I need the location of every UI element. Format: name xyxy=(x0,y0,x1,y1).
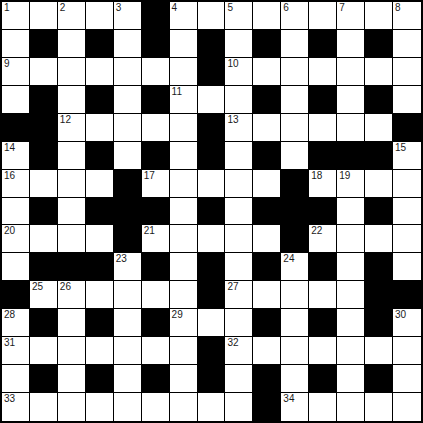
black-cell xyxy=(337,142,365,170)
white-cell[interactable]: 22 xyxy=(309,225,337,253)
black-cell xyxy=(2,114,30,142)
white-cell[interactable] xyxy=(30,2,58,30)
white-cell[interactable] xyxy=(337,86,365,114)
white-cell[interactable] xyxy=(365,2,393,30)
black-cell xyxy=(86,365,114,393)
white-cell[interactable] xyxy=(58,30,86,58)
white-cell[interactable]: 11 xyxy=(170,86,198,114)
white-cell[interactable] xyxy=(30,337,58,365)
white-cell[interactable] xyxy=(86,58,114,86)
white-cell[interactable] xyxy=(253,114,281,142)
white-cell[interactable] xyxy=(86,114,114,142)
white-cell[interactable] xyxy=(58,58,86,86)
white-cell[interactable] xyxy=(58,198,86,226)
white-cell[interactable] xyxy=(198,225,226,253)
white-cell[interactable] xyxy=(198,2,226,30)
white-cell[interactable] xyxy=(170,253,198,281)
black-cell xyxy=(142,142,170,170)
black-cell xyxy=(114,170,142,198)
white-cell[interactable] xyxy=(114,86,142,114)
black-cell xyxy=(365,142,393,170)
white-cell[interactable] xyxy=(58,225,86,253)
clue-number: 18 xyxy=(311,170,322,182)
white-cell[interactable] xyxy=(337,225,365,253)
black-cell xyxy=(253,365,281,393)
white-cell[interactable]: 2 xyxy=(58,2,86,30)
white-cell[interactable] xyxy=(142,393,170,421)
white-cell[interactable] xyxy=(253,170,281,198)
clue-number: 17 xyxy=(144,170,155,182)
white-cell[interactable] xyxy=(2,253,30,281)
black-cell xyxy=(198,30,226,58)
white-cell[interactable] xyxy=(58,309,86,337)
white-cell[interactable] xyxy=(337,281,365,309)
clue-number: 13 xyxy=(227,114,238,126)
white-cell[interactable] xyxy=(225,365,253,393)
black-cell xyxy=(30,86,58,114)
black-cell xyxy=(86,86,114,114)
white-cell[interactable] xyxy=(309,114,337,142)
white-cell[interactable] xyxy=(86,2,114,30)
white-cell[interactable] xyxy=(114,309,142,337)
white-cell[interactable] xyxy=(281,337,309,365)
white-cell[interactable] xyxy=(225,170,253,198)
white-cell[interactable]: 33 xyxy=(2,393,30,421)
black-cell xyxy=(309,86,337,114)
clue-number: 19 xyxy=(339,170,350,182)
white-cell[interactable] xyxy=(114,393,142,421)
black-cell xyxy=(309,253,337,281)
clue-number: 2 xyxy=(60,2,66,14)
white-cell[interactable] xyxy=(309,58,337,86)
white-cell[interactable]: 6 xyxy=(281,2,309,30)
white-cell[interactable] xyxy=(281,365,309,393)
black-cell xyxy=(58,253,86,281)
clue-number: 3 xyxy=(116,2,122,14)
white-cell[interactable] xyxy=(58,393,86,421)
black-cell xyxy=(142,253,170,281)
clue-number: 32 xyxy=(227,337,238,349)
white-cell[interactable] xyxy=(365,337,393,365)
black-cell xyxy=(309,142,337,170)
clue-number: 31 xyxy=(4,337,15,349)
white-cell[interactable] xyxy=(114,281,142,309)
white-cell[interactable] xyxy=(337,30,365,58)
clue-number: 34 xyxy=(283,393,294,405)
white-cell[interactable]: 1 xyxy=(2,2,30,30)
clue-number: 28 xyxy=(4,309,15,321)
white-cell[interactable]: 27 xyxy=(225,281,253,309)
black-cell xyxy=(365,30,393,58)
white-cell[interactable] xyxy=(225,86,253,114)
white-cell[interactable] xyxy=(225,253,253,281)
clue-number: 12 xyxy=(60,114,71,126)
white-cell[interactable] xyxy=(198,393,226,421)
white-cell[interactable] xyxy=(170,393,198,421)
black-cell xyxy=(253,86,281,114)
white-cell[interactable]: 25 xyxy=(30,281,58,309)
black-cell xyxy=(142,2,170,30)
white-cell[interactable] xyxy=(170,58,198,86)
black-cell xyxy=(253,30,281,58)
white-cell[interactable] xyxy=(86,337,114,365)
white-cell[interactable] xyxy=(86,225,114,253)
white-cell[interactable] xyxy=(337,253,365,281)
crossword-grid: 1234567891011121314151617181920212223242… xyxy=(0,0,423,423)
white-cell[interactable] xyxy=(281,86,309,114)
white-cell[interactable] xyxy=(58,365,86,393)
white-cell[interactable]: 17 xyxy=(142,170,170,198)
white-cell[interactable] xyxy=(86,281,114,309)
white-cell[interactable]: 7 xyxy=(337,2,365,30)
black-cell xyxy=(281,170,309,198)
white-cell[interactable]: 24 xyxy=(281,253,309,281)
black-cell xyxy=(393,281,421,309)
black-cell xyxy=(30,309,58,337)
white-cell[interactable] xyxy=(337,58,365,86)
black-cell xyxy=(198,58,226,86)
white-cell[interactable] xyxy=(114,365,142,393)
white-cell[interactable] xyxy=(142,281,170,309)
black-cell xyxy=(198,142,226,170)
clue-number: 22 xyxy=(311,225,322,237)
white-cell[interactable] xyxy=(30,393,58,421)
white-cell[interactable] xyxy=(225,225,253,253)
white-cell[interactable] xyxy=(309,281,337,309)
white-cell[interactable] xyxy=(170,198,198,226)
white-cell[interactable]: 9 xyxy=(2,58,30,86)
black-cell xyxy=(309,309,337,337)
white-cell[interactable] xyxy=(281,58,309,86)
white-cell[interactable] xyxy=(365,170,393,198)
white-cell[interactable] xyxy=(198,309,226,337)
black-cell xyxy=(114,225,142,253)
white-cell[interactable]: 19 xyxy=(337,170,365,198)
white-cell[interactable] xyxy=(393,198,421,226)
clue-number: 9 xyxy=(4,58,10,70)
white-cell[interactable] xyxy=(142,58,170,86)
clue-number: 11 xyxy=(172,86,182,98)
white-cell[interactable] xyxy=(365,393,393,421)
white-cell[interactable] xyxy=(2,86,30,114)
white-cell[interactable]: 16 xyxy=(2,170,30,198)
black-cell xyxy=(281,225,309,253)
black-cell xyxy=(253,142,281,170)
white-cell[interactable]: 15 xyxy=(393,142,421,170)
white-cell[interactable] xyxy=(281,114,309,142)
black-cell xyxy=(86,253,114,281)
white-cell[interactable] xyxy=(225,393,253,421)
white-cell[interactable]: 26 xyxy=(58,281,86,309)
black-cell xyxy=(30,365,58,393)
black-cell xyxy=(86,142,114,170)
black-cell xyxy=(365,281,393,309)
white-cell[interactable] xyxy=(2,365,30,393)
white-cell[interactable] xyxy=(198,86,226,114)
clue-number: 20 xyxy=(4,225,15,237)
black-cell xyxy=(253,198,281,226)
white-cell[interactable] xyxy=(393,58,421,86)
white-cell[interactable] xyxy=(337,114,365,142)
white-cell[interactable] xyxy=(365,114,393,142)
white-cell[interactable] xyxy=(170,170,198,198)
white-cell[interactable]: 14 xyxy=(2,142,30,170)
white-cell[interactable]: 3 xyxy=(114,2,142,30)
clue-number: 29 xyxy=(172,309,183,321)
white-cell[interactable] xyxy=(393,86,421,114)
clue-number: 21 xyxy=(144,225,155,237)
clue-number: 6 xyxy=(283,2,289,14)
white-cell[interactable] xyxy=(142,337,170,365)
white-cell[interactable] xyxy=(337,365,365,393)
black-cell xyxy=(142,309,170,337)
clue-number: 16 xyxy=(4,170,15,182)
black-cell xyxy=(198,337,226,365)
white-cell[interactable] xyxy=(86,393,114,421)
white-cell[interactable] xyxy=(253,58,281,86)
white-cell[interactable] xyxy=(393,253,421,281)
clue-number: 24 xyxy=(283,253,294,265)
white-cell[interactable] xyxy=(225,309,253,337)
black-cell xyxy=(198,281,226,309)
black-cell xyxy=(114,198,142,226)
white-cell[interactable] xyxy=(114,337,142,365)
clue-number: 10 xyxy=(227,58,238,70)
clue-number: 30 xyxy=(395,309,406,321)
black-cell xyxy=(253,253,281,281)
white-cell[interactable] xyxy=(253,337,281,365)
black-cell xyxy=(198,198,226,226)
black-cell xyxy=(142,86,170,114)
white-cell[interactable]: 18 xyxy=(309,170,337,198)
black-cell xyxy=(142,30,170,58)
clue-number: 27 xyxy=(227,281,238,293)
white-cell[interactable] xyxy=(114,30,142,58)
white-cell[interactable] xyxy=(225,198,253,226)
white-cell[interactable]: 32 xyxy=(225,337,253,365)
black-cell xyxy=(393,114,421,142)
clue-number: 25 xyxy=(32,281,43,293)
black-cell xyxy=(365,253,393,281)
black-cell xyxy=(142,365,170,393)
white-cell[interactable] xyxy=(281,30,309,58)
white-cell[interactable]: 13 xyxy=(225,114,253,142)
white-cell[interactable] xyxy=(170,225,198,253)
white-cell[interactable] xyxy=(142,114,170,142)
white-cell[interactable] xyxy=(58,86,86,114)
white-cell[interactable] xyxy=(337,309,365,337)
white-cell[interactable] xyxy=(114,142,142,170)
white-cell[interactable] xyxy=(170,30,198,58)
white-cell[interactable]: 23 xyxy=(114,253,142,281)
black-cell xyxy=(30,114,58,142)
white-cell[interactable] xyxy=(170,337,198,365)
black-cell xyxy=(2,281,30,309)
clue-number: 7 xyxy=(339,2,345,14)
white-cell[interactable] xyxy=(393,225,421,253)
white-cell[interactable] xyxy=(393,30,421,58)
white-cell[interactable] xyxy=(225,30,253,58)
white-cell[interactable] xyxy=(198,170,226,198)
white-cell[interactable] xyxy=(393,170,421,198)
black-cell xyxy=(365,309,393,337)
white-cell[interactable]: 20 xyxy=(2,225,30,253)
black-cell xyxy=(309,30,337,58)
white-cell[interactable] xyxy=(170,365,198,393)
white-cell[interactable] xyxy=(170,114,198,142)
black-cell xyxy=(198,253,226,281)
white-cell[interactable] xyxy=(309,393,337,421)
black-cell xyxy=(365,198,393,226)
white-cell[interactable] xyxy=(2,30,30,58)
white-cell[interactable]: 21 xyxy=(142,225,170,253)
black-cell xyxy=(309,198,337,226)
white-cell[interactable] xyxy=(337,198,365,226)
white-cell[interactable] xyxy=(225,142,253,170)
white-cell[interactable] xyxy=(365,225,393,253)
white-cell[interactable]: 5 xyxy=(225,2,253,30)
clue-number: 14 xyxy=(4,142,15,154)
white-cell[interactable]: 28 xyxy=(2,309,30,337)
black-cell xyxy=(198,114,226,142)
black-cell xyxy=(86,309,114,337)
white-cell[interactable]: 4 xyxy=(170,2,198,30)
black-cell xyxy=(365,86,393,114)
white-cell[interactable] xyxy=(114,58,142,86)
white-cell[interactable] xyxy=(114,114,142,142)
black-cell xyxy=(86,198,114,226)
black-cell xyxy=(30,30,58,58)
clue-number: 5 xyxy=(227,2,233,14)
black-cell xyxy=(309,365,337,393)
white-cell[interactable] xyxy=(253,2,281,30)
white-cell[interactable] xyxy=(30,225,58,253)
white-cell[interactable] xyxy=(281,281,309,309)
clue-number: 15 xyxy=(395,142,406,154)
black-cell xyxy=(365,365,393,393)
black-cell xyxy=(253,393,281,421)
black-cell xyxy=(281,198,309,226)
white-cell[interactable] xyxy=(309,337,337,365)
white-cell[interactable] xyxy=(86,170,114,198)
white-cell[interactable] xyxy=(393,393,421,421)
white-cell[interactable] xyxy=(281,309,309,337)
white-cell[interactable] xyxy=(58,170,86,198)
white-cell[interactable]: 31 xyxy=(2,337,30,365)
white-cell[interactable] xyxy=(170,281,198,309)
white-cell[interactable] xyxy=(393,365,421,393)
white-cell[interactable] xyxy=(365,58,393,86)
clue-number: 23 xyxy=(116,253,127,265)
white-cell[interactable] xyxy=(2,198,30,226)
white-cell[interactable] xyxy=(30,170,58,198)
white-cell[interactable]: 8 xyxy=(393,2,421,30)
clue-number: 1 xyxy=(4,2,10,14)
white-cell[interactable] xyxy=(309,2,337,30)
black-cell xyxy=(198,365,226,393)
white-cell[interactable]: 30 xyxy=(393,309,421,337)
white-cell[interactable] xyxy=(281,142,309,170)
white-cell[interactable] xyxy=(58,142,86,170)
white-cell[interactable] xyxy=(393,337,421,365)
clue-number: 4 xyxy=(172,2,178,14)
white-cell[interactable] xyxy=(170,142,198,170)
black-cell xyxy=(253,309,281,337)
white-cell[interactable] xyxy=(58,337,86,365)
clue-number: 8 xyxy=(395,2,401,14)
black-cell xyxy=(30,198,58,226)
white-cell[interactable] xyxy=(253,225,281,253)
white-cell[interactable] xyxy=(337,337,365,365)
clue-number: 33 xyxy=(4,393,15,405)
white-cell[interactable] xyxy=(30,58,58,86)
black-cell xyxy=(86,30,114,58)
white-cell[interactable]: 29 xyxy=(170,309,198,337)
white-cell[interactable]: 34 xyxy=(281,393,309,421)
black-cell xyxy=(30,253,58,281)
white-cell[interactable]: 10 xyxy=(225,58,253,86)
white-cell[interactable] xyxy=(337,393,365,421)
white-cell[interactable]: 12 xyxy=(58,114,86,142)
black-cell xyxy=(30,142,58,170)
black-cell xyxy=(142,198,170,226)
clue-number: 26 xyxy=(60,281,71,293)
white-cell[interactable] xyxy=(253,281,281,309)
